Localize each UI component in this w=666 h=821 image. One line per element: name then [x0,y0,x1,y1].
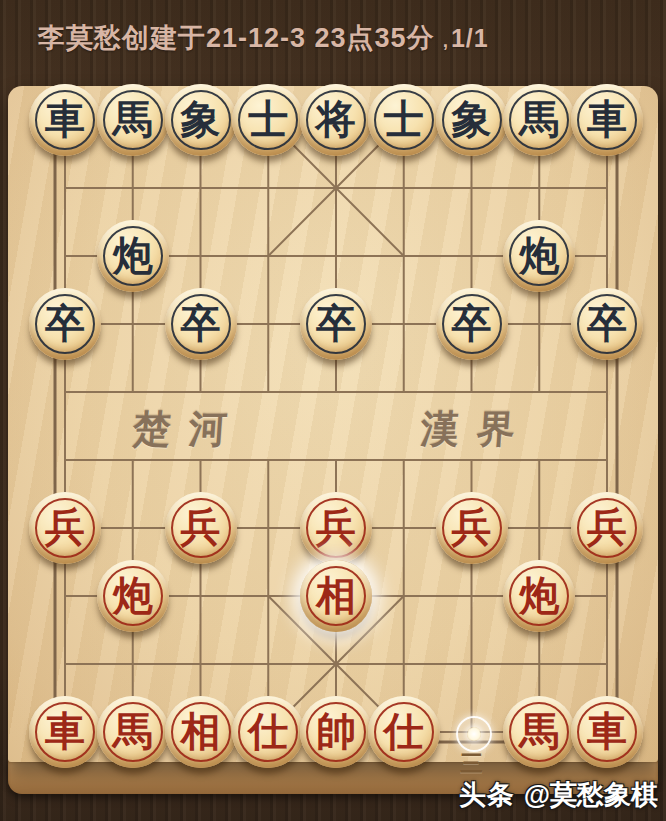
piece-black-soldier[interactable]: 卒 [571,288,643,360]
piece-glyph: 仕 [384,711,424,751]
piece-black-soldier[interactable]: 卒 [300,288,372,360]
piece-red-elephant[interactable]: 相 [300,560,372,632]
piece-glyph: 卒 [45,303,85,343]
river-text-left: 楚河 [131,404,246,452]
piece-red-soldier[interactable]: 兵 [571,492,643,564]
piece-glyph: 帥 [316,711,356,751]
piece-glyph: 士 [248,99,288,139]
page-indicator: 1/1 [451,24,489,52]
last-move-origin-marker [456,716,492,752]
piece-glyph: 象 [181,99,221,139]
piece-glyph: 士 [384,99,424,139]
xiangqi-app-screen: 李莫愁创建于21-12-3 23点35分,1/1 楚河 漢界 車馬象士将士象馬車… [0,0,666,821]
piece-glyph: 炮 [519,235,559,275]
piece-red-horse[interactable]: 馬 [97,696,169,768]
piece-red-chariot[interactable]: 車 [571,696,643,768]
piece-red-soldier[interactable]: 兵 [165,492,237,564]
piece-glyph: 兵 [181,507,221,547]
piece-black-soldier[interactable]: 卒 [436,288,508,360]
piece-glyph: 将 [316,99,356,139]
move-file-label: 三 [450,748,494,779]
piece-glyph: 相 [181,711,221,751]
piece-glyph: 卒 [587,303,627,343]
piece-glyph: 卒 [181,303,221,343]
glow-dot-icon [467,727,481,741]
piece-glyph: 卒 [452,303,492,343]
piece-glyph: 馬 [113,711,153,751]
piece-red-elephant[interactable]: 相 [165,696,237,768]
piece-glyph: 仕 [248,711,288,751]
river-inscription: 楚河 漢界 [6,404,659,452]
xiangqi-board[interactable]: 楚河 漢界 車馬象士将士象馬車炮炮卒卒卒卒卒兵兵兵兵兵炮相炮車馬相仕帥仕馬車 三 [8,86,658,762]
piece-glyph: 車 [45,99,85,139]
piece-red-soldier[interactable]: 兵 [29,492,101,564]
watermark-brand: 头条 [459,777,515,813]
piece-black-horse[interactable]: 馬 [503,84,575,156]
piece-glyph: 卒 [316,303,356,343]
piece-glyph: 兵 [587,507,627,547]
piece-black-cannon[interactable]: 炮 [97,220,169,292]
piece-glyph: 炮 [519,575,559,615]
piece-red-soldier[interactable]: 兵 [300,492,372,564]
piece-glyph: 兵 [316,507,356,547]
piece-glyph: 車 [587,99,627,139]
piece-glyph: 象 [452,99,492,139]
piece-red-advisor[interactable]: 仕 [232,696,304,768]
piece-glyph: 相 [316,575,356,615]
piece-glyph: 車 [587,711,627,751]
piece-glyph: 馬 [519,711,559,751]
piece-black-elephant[interactable]: 象 [165,84,237,156]
piece-red-cannon[interactable]: 炮 [97,560,169,632]
title-text: 李莫愁创建于21-12-3 23点35分 [38,23,435,53]
piece-red-general[interactable]: 帥 [300,696,372,768]
piece-glyph: 炮 [113,575,153,615]
piece-red-chariot[interactable]: 車 [29,696,101,768]
piece-glyph: 兵 [452,507,492,547]
piece-black-cannon[interactable]: 炮 [503,220,575,292]
piece-black-soldier[interactable]: 卒 [165,288,237,360]
watermark: 头条 @莫愁象棋 [459,777,658,813]
piece-red-advisor[interactable]: 仕 [368,696,440,768]
page-title: 李莫愁创建于21-12-3 23点35分,1/1 [38,20,489,56]
piece-red-soldier[interactable]: 兵 [436,492,508,564]
piece-red-horse[interactable]: 馬 [503,696,575,768]
river-text-right: 漢界 [419,404,534,452]
piece-black-soldier[interactable]: 卒 [29,288,101,360]
piece-black-chariot[interactable]: 車 [571,84,643,156]
piece-glyph: 馬 [519,99,559,139]
piece-black-chariot[interactable]: 車 [29,84,101,156]
piece-black-horse[interactable]: 馬 [97,84,169,156]
piece-glyph: 車 [45,711,85,751]
piece-black-advisor[interactable]: 士 [232,84,304,156]
piece-black-advisor[interactable]: 士 [368,84,440,156]
piece-glyph: 兵 [45,507,85,547]
piece-black-elephant[interactable]: 象 [436,84,508,156]
watermark-handle: @莫愁象棋 [524,777,658,813]
piece-glyph: 炮 [113,235,153,275]
piece-glyph: 馬 [113,99,153,139]
piece-red-cannon[interactable]: 炮 [503,560,575,632]
title-separator: , [443,30,449,51]
piece-black-general[interactable]: 将 [300,84,372,156]
